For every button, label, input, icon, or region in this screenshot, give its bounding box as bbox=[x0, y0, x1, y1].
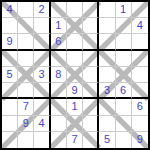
given-digit: 7 bbox=[71, 134, 77, 145]
cell-r2c7[interactable] bbox=[99, 18, 115, 34]
given-digit: 2 bbox=[38, 4, 44, 15]
cell-r9c9[interactable]: 9 bbox=[132, 132, 148, 148]
cell-r2c4[interactable]: 1 bbox=[51, 18, 67, 34]
given-digit: 9 bbox=[137, 134, 143, 145]
cell-r4c6[interactable] bbox=[83, 51, 99, 67]
cell-r3c2[interactable] bbox=[18, 34, 34, 50]
cell-r4c1[interactable] bbox=[2, 51, 18, 67]
given-digit: 6 bbox=[55, 36, 61, 47]
cell-r3c4[interactable]: 6 bbox=[51, 34, 67, 50]
cell-r2c5[interactable] bbox=[67, 18, 83, 34]
cell-r7c7[interactable] bbox=[99, 99, 115, 115]
cell-r8c4[interactable] bbox=[51, 116, 67, 132]
given-digit: 5 bbox=[104, 134, 110, 145]
cell-r1c1[interactable]: 4 bbox=[2, 2, 18, 18]
cell-r6c4[interactable] bbox=[51, 83, 67, 99]
cell-r7c6[interactable] bbox=[83, 99, 99, 115]
cell-r3c1[interactable]: 9 bbox=[2, 34, 18, 50]
cell-r5c7[interactable] bbox=[99, 67, 115, 83]
given-digit: 7 bbox=[23, 101, 29, 112]
cell-r6c2[interactable] bbox=[18, 83, 34, 99]
cell-r2c6[interactable] bbox=[83, 18, 99, 34]
cell-r5c6[interactable] bbox=[83, 67, 99, 83]
given-digit: 4 bbox=[38, 118, 44, 129]
given-digit: 1 bbox=[120, 4, 126, 15]
cell-r7c4[interactable] bbox=[51, 99, 67, 115]
cell-r4c4[interactable] bbox=[51, 51, 67, 67]
given-digit: 4 bbox=[137, 20, 143, 31]
cell-r7c9[interactable]: 6 bbox=[132, 99, 148, 115]
cell-r2c2[interactable] bbox=[18, 18, 34, 34]
cell-r9c1[interactable] bbox=[2, 132, 18, 148]
cell-r3c7[interactable] bbox=[99, 34, 115, 50]
cell-r5c1[interactable]: 5 bbox=[2, 67, 18, 83]
cell-r3c8[interactable] bbox=[116, 34, 132, 50]
given-digit: 4 bbox=[7, 4, 13, 15]
cell-r6c7[interactable]: 3 bbox=[99, 83, 115, 99]
cell-r5c2[interactable] bbox=[18, 67, 34, 83]
cell-r6c3[interactable] bbox=[34, 83, 50, 99]
cell-r3c5[interactable] bbox=[67, 34, 83, 50]
cell-r8c9[interactable] bbox=[132, 116, 148, 132]
cell-r9c3[interactable] bbox=[34, 132, 50, 148]
cell-r5c9[interactable] bbox=[132, 67, 148, 83]
given-digit: 1 bbox=[71, 101, 77, 112]
cell-r5c8[interactable] bbox=[116, 67, 132, 83]
cell-r7c3[interactable] bbox=[34, 99, 50, 115]
cell-r1c3[interactable]: 2 bbox=[34, 2, 50, 18]
given-digit: 1 bbox=[55, 20, 61, 31]
cell-r6c5[interactable]: 9 bbox=[67, 83, 83, 99]
cell-r4c9[interactable] bbox=[132, 51, 148, 67]
cell-r1c5[interactable] bbox=[67, 2, 83, 18]
cell-r7c8[interactable] bbox=[116, 99, 132, 115]
cell-r8c2[interactable]: 9 bbox=[18, 116, 34, 132]
cell-r5c3[interactable]: 3 bbox=[34, 67, 50, 83]
cell-r8c8[interactable] bbox=[116, 116, 132, 132]
given-digit: 9 bbox=[23, 118, 29, 129]
cell-r3c6[interactable] bbox=[83, 34, 99, 50]
cell-r8c3[interactable]: 4 bbox=[34, 116, 50, 132]
cell-r9c2[interactable] bbox=[18, 132, 34, 148]
given-digit: 6 bbox=[120, 85, 126, 96]
cell-r4c3[interactable] bbox=[34, 51, 50, 67]
cell-r5c4[interactable]: 8 bbox=[51, 67, 67, 83]
cell-r2c9[interactable]: 4 bbox=[132, 18, 148, 34]
cell-r8c5[interactable] bbox=[67, 116, 83, 132]
given-digit: 9 bbox=[71, 85, 77, 96]
given-digit: 8 bbox=[55, 69, 61, 80]
cell-r6c8[interactable]: 6 bbox=[116, 83, 132, 99]
cell-r7c1[interactable] bbox=[2, 99, 18, 115]
cell-r9c8[interactable] bbox=[116, 132, 132, 148]
cell-r3c9[interactable] bbox=[132, 34, 148, 50]
cell-r2c1[interactable] bbox=[2, 18, 18, 34]
cell-r3c3[interactable] bbox=[34, 34, 50, 50]
cell-r4c7[interactable] bbox=[99, 51, 115, 67]
cell-r8c7[interactable] bbox=[99, 116, 115, 132]
cell-r4c8[interactable] bbox=[116, 51, 132, 67]
cell-r6c9[interactable] bbox=[132, 83, 148, 99]
sudoku-board: 421149653893671694759 bbox=[0, 0, 150, 150]
cell-r9c5[interactable]: 7 bbox=[67, 132, 83, 148]
cell-r6c6[interactable] bbox=[83, 83, 99, 99]
cell-r7c2[interactable]: 7 bbox=[18, 99, 34, 115]
cell-r5c5[interactable] bbox=[67, 67, 83, 83]
given-digit: 5 bbox=[7, 69, 13, 80]
cell-r2c3[interactable] bbox=[34, 18, 50, 34]
cell-r2c8[interactable] bbox=[116, 18, 132, 34]
cell-r1c8[interactable]: 1 bbox=[116, 2, 132, 18]
given-digit: 6 bbox=[137, 101, 143, 112]
cell-r1c4[interactable] bbox=[51, 2, 67, 18]
cell-r8c1[interactable] bbox=[2, 116, 18, 132]
cell-r4c5[interactable] bbox=[67, 51, 83, 67]
sudoku-grid: 421149653893671694759 bbox=[2, 2, 148, 148]
given-digit: 3 bbox=[104, 85, 110, 96]
cell-r1c7[interactable] bbox=[99, 2, 115, 18]
given-digit: 3 bbox=[38, 69, 44, 80]
given-digit: 9 bbox=[7, 36, 13, 47]
cell-r1c2[interactable] bbox=[18, 2, 34, 18]
cell-r1c6[interactable] bbox=[83, 2, 99, 18]
cell-r9c7[interactable]: 5 bbox=[99, 132, 115, 148]
cell-r6c1[interactable] bbox=[2, 83, 18, 99]
cell-r4c2[interactable] bbox=[18, 51, 34, 67]
cell-r9c6[interactable] bbox=[83, 132, 99, 148]
cell-r9c4[interactable] bbox=[51, 132, 67, 148]
cell-r7c5[interactable]: 1 bbox=[67, 99, 83, 115]
cell-r1c9[interactable] bbox=[132, 2, 148, 18]
cell-r8c6[interactable] bbox=[83, 116, 99, 132]
